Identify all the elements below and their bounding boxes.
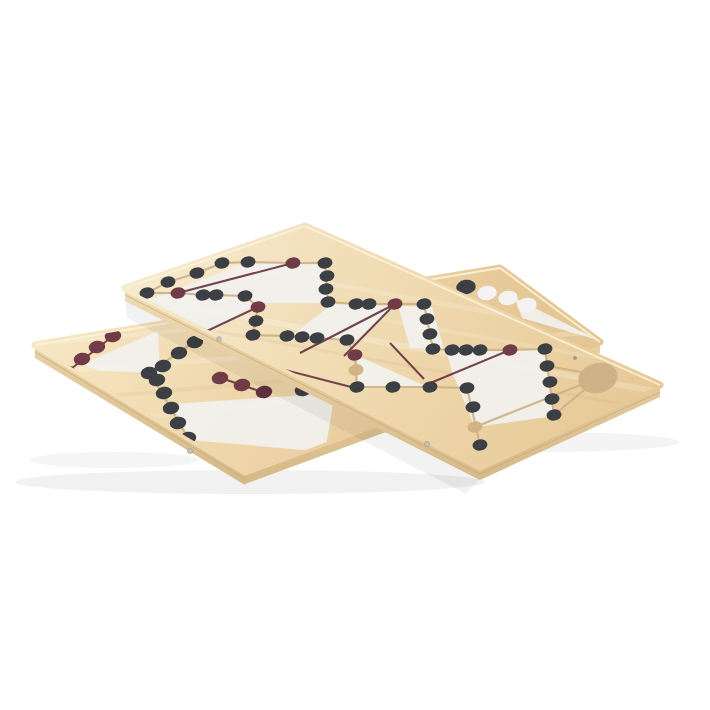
product-photo: Two natural wooden ladder-race game boar… (0, 0, 710, 710)
metal-pin (187, 448, 192, 453)
metal-pin (217, 337, 222, 342)
product-photo-svg (0, 0, 710, 710)
board-shadow (30, 452, 200, 468)
metal-pin (573, 356, 576, 359)
metal-pin (424, 441, 429, 446)
